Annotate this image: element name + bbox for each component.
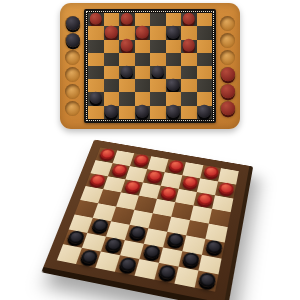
black-checker-piece <box>166 232 184 247</box>
black-checker-piece <box>205 239 223 254</box>
red-checker-in-tray <box>221 84 235 98</box>
red-checker-piece <box>88 173 106 186</box>
square-r1c5 <box>150 13 166 26</box>
square-r5c8 <box>197 66 213 79</box>
square-r3c8 <box>197 40 213 53</box>
square-r3c1 <box>88 40 104 53</box>
square-r3c7 <box>181 40 197 53</box>
tray-right-slot-6 <box>220 101 235 116</box>
black-checker-piece <box>167 105 180 118</box>
square-r4c2 <box>104 53 120 66</box>
square-r5c3 <box>119 66 135 79</box>
black-checker-piece <box>142 244 161 260</box>
product-photo-canvas <box>0 0 300 300</box>
tray-left-slot-5 <box>65 84 80 99</box>
square-r5c1 <box>88 66 104 79</box>
red-checker-piece <box>181 175 198 188</box>
black-checker-piece <box>121 65 134 78</box>
square-r2c8 <box>197 26 213 39</box>
tray-right-slot-5 <box>220 84 235 99</box>
square-r4c3 <box>119 53 135 66</box>
black-checker-piece <box>128 225 147 240</box>
tray-right-slot-3 <box>220 50 235 65</box>
square-r6c5 <box>150 79 166 92</box>
tray-left-slot-2 <box>65 33 80 48</box>
red-checker-piece <box>136 26 149 39</box>
square-r8c7 <box>181 106 197 119</box>
square-r2c5 <box>150 26 166 39</box>
black-checker-in-tray <box>66 33 80 47</box>
black-checker-piece <box>198 105 211 118</box>
square-r8c1 <box>88 106 104 119</box>
black-checker-piece <box>157 264 176 280</box>
square-r2c6 <box>166 26 182 39</box>
tray-right-slot-4 <box>220 67 235 82</box>
red-checker-piece <box>111 163 128 176</box>
tray-left-slot-1 <box>65 16 80 31</box>
square-r1c2 <box>104 13 120 26</box>
black-checker-piece <box>136 105 149 118</box>
square-r5c7 <box>181 66 197 79</box>
red-checker-piece <box>124 179 142 192</box>
red-checker-piece <box>98 148 115 160</box>
square-r3c3 <box>119 40 135 53</box>
red-checker-piece <box>160 186 177 200</box>
square-r7c4 <box>135 92 151 105</box>
square-r8c8 <box>195 271 219 292</box>
square-r6c3 <box>119 79 135 92</box>
black-checker-piece <box>105 105 118 118</box>
square-r2c7 <box>181 26 197 39</box>
tray-right-slot-2 <box>220 33 235 48</box>
square-r7c6 <box>166 92 182 105</box>
square-r3c6 <box>166 40 182 53</box>
square-r3c5 <box>150 40 166 53</box>
square-r6c1 <box>88 79 104 92</box>
square-r5c4 <box>135 66 151 79</box>
black-checker-piece <box>167 79 180 92</box>
black-checker-piece <box>198 271 217 288</box>
square-r1c8 <box>197 13 213 26</box>
square-r6c8 <box>197 79 213 92</box>
square-r8c3 <box>119 106 135 119</box>
square-r7c8 <box>197 92 213 105</box>
square-r2c2 <box>104 26 120 39</box>
square-r2c4 <box>135 26 151 39</box>
square-r6c7 <box>181 79 197 92</box>
square-r1c4 <box>135 13 151 26</box>
square-r7c5 <box>150 92 166 105</box>
black-checker-piece <box>152 65 165 78</box>
square-r8c4 <box>135 106 151 119</box>
square-r4c7 <box>181 53 197 66</box>
square-r4c8 <box>197 53 213 66</box>
square-r4c5 <box>150 53 166 66</box>
red-checker-piece <box>183 13 196 26</box>
square-r7c7 <box>181 92 197 105</box>
black-checker-piece <box>181 251 200 267</box>
tray-left-slot-6 <box>65 101 80 116</box>
square-r5c5 <box>150 66 166 79</box>
red-checker-piece <box>167 160 184 173</box>
square-r1c6 <box>166 13 182 26</box>
red-checker-in-tray <box>221 67 235 81</box>
square-r8c2 <box>104 106 120 119</box>
tray-left-slot-4 <box>65 67 80 82</box>
square-r7c1 <box>88 92 104 105</box>
black-checker-piece <box>90 218 109 233</box>
black-checker-piece <box>66 229 85 244</box>
square-r6c2 <box>104 79 120 92</box>
black-checker-piece <box>167 26 180 39</box>
red-checker-piece <box>133 154 150 166</box>
square-r2c3 <box>119 26 135 39</box>
black-checker-in-tray <box>66 16 80 30</box>
red-checker-piece <box>121 13 134 26</box>
red-checker-piece <box>183 39 196 52</box>
square-r7c3 <box>119 92 135 105</box>
square-r6c4 <box>135 79 151 92</box>
red-checker-piece <box>203 165 219 178</box>
square-r1c7 <box>181 13 197 26</box>
square-r5c6 <box>166 66 182 79</box>
red-checker-piece <box>105 26 118 39</box>
red-checker-piece <box>146 169 163 182</box>
square-r2c1 <box>88 26 104 39</box>
black-checker-piece <box>104 237 123 252</box>
red-checker-piece <box>90 13 103 26</box>
black-checker-piece <box>118 256 137 272</box>
square-r8c6 <box>166 106 182 119</box>
square-r4c6 <box>166 53 182 66</box>
square-r3c4 <box>135 40 151 53</box>
red-checker-in-tray <box>221 101 235 115</box>
checkers-board-walnut-wrapper <box>41 140 253 300</box>
black-checker-piece <box>90 92 103 105</box>
square-r4c1 <box>88 53 104 66</box>
tray-right-slot-1 <box>220 16 235 31</box>
square-r5c2 <box>104 66 120 79</box>
checkers-board-walnut <box>41 140 253 300</box>
red-checker-piece <box>218 182 235 195</box>
square-r6c6 <box>166 79 182 92</box>
square-r1c1 <box>88 13 104 26</box>
piece-tray-right <box>218 10 237 122</box>
dotted-border-frame <box>84 9 216 123</box>
tray-left-slot-3 <box>65 50 80 65</box>
checkers-board-oak <box>60 3 240 129</box>
black-checker-piece <box>79 248 99 264</box>
checkerboard-grid-top <box>88 13 212 119</box>
square-r4c4 <box>135 53 151 66</box>
piece-tray-left <box>63 10 82 122</box>
square-r1c3 <box>119 13 135 26</box>
square-r8c8 <box>197 106 213 119</box>
square-r3c2 <box>104 40 120 53</box>
square-r7c2 <box>104 92 120 105</box>
red-checker-piece <box>196 192 213 206</box>
checkerboard-grid-bottom <box>57 148 239 292</box>
square-r8c5 <box>150 106 166 119</box>
red-checker-piece <box>121 39 134 52</box>
